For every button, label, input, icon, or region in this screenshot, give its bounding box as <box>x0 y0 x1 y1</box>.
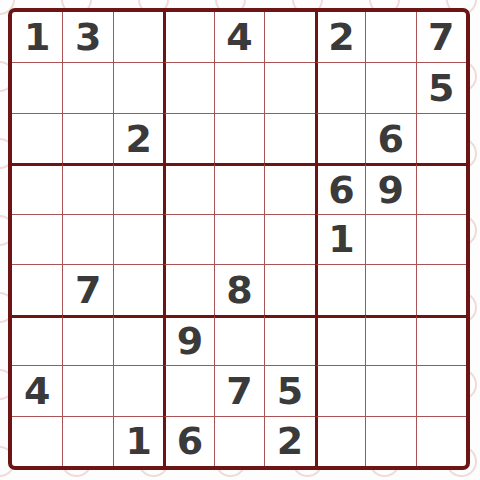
cell-r3c8-given[interactable]: 6 <box>365 113 415 163</box>
cell-r6c1-empty[interactable] <box>12 264 62 314</box>
cell-r9c1-empty[interactable] <box>12 416 62 466</box>
cell-r8c6-given[interactable]: 5 <box>264 365 314 415</box>
cell-r7c7-empty[interactable] <box>315 315 365 365</box>
cell-r8c4-empty[interactable] <box>163 365 213 415</box>
cell-r1c2-given[interactable]: 3 <box>62 12 112 62</box>
cell-r3c9-empty[interactable] <box>416 113 466 163</box>
cell-r9c7-empty[interactable] <box>315 416 365 466</box>
cell-r9c2-empty[interactable] <box>62 416 112 466</box>
cell-r4c5-empty[interactable] <box>214 163 264 213</box>
cell-r5c7-given[interactable]: 1 <box>315 214 365 264</box>
cell-r5c3-empty[interactable] <box>113 214 163 264</box>
cell-r5c5-empty[interactable] <box>214 214 264 264</box>
cell-r3c2-empty[interactable] <box>62 113 112 163</box>
cell-r8c2-empty[interactable] <box>62 365 112 415</box>
cell-r6c5-given[interactable]: 8 <box>214 264 264 314</box>
cell-r6c4-empty[interactable] <box>163 264 213 314</box>
cell-r1c7-given[interactable]: 2 <box>315 12 365 62</box>
cell-r1c1-given[interactable]: 1 <box>12 12 62 62</box>
cell-r5c9-empty[interactable] <box>416 214 466 264</box>
cell-r9c5-empty[interactable] <box>214 416 264 466</box>
cell-r4c3-empty[interactable] <box>113 163 163 213</box>
cell-r4c7-given[interactable]: 6 <box>315 163 365 213</box>
cell-r6c3-empty[interactable] <box>113 264 163 314</box>
cell-r3c3-given[interactable]: 2 <box>113 113 163 163</box>
cell-r1c9-given[interactable]: 7 <box>416 12 466 62</box>
cell-r8c9-empty[interactable] <box>416 365 466 415</box>
cell-r3c6-empty[interactable] <box>264 113 314 163</box>
cell-r4c1-empty[interactable] <box>12 163 62 213</box>
cell-r9c3-given[interactable]: 1 <box>113 416 163 466</box>
cell-r2c8-empty[interactable] <box>365 62 415 112</box>
cell-r9c9-empty[interactable] <box>416 416 466 466</box>
cell-r7c9-empty[interactable] <box>416 315 466 365</box>
cell-r5c6-empty[interactable] <box>264 214 314 264</box>
cell-r3c7-empty[interactable] <box>315 113 365 163</box>
cell-r7c6-empty[interactable] <box>264 315 314 365</box>
cell-r4c4-empty[interactable] <box>163 163 213 213</box>
cell-r8c1-given[interactable]: 4 <box>12 365 62 415</box>
cell-r5c4-empty[interactable] <box>163 214 213 264</box>
cell-r4c6-empty[interactable] <box>264 163 314 213</box>
page-background: { "game": "sudoku", "board": { "rows": 9… <box>0 0 480 480</box>
cell-r2c6-empty[interactable] <box>264 62 314 112</box>
cell-r8c3-empty[interactable] <box>113 365 163 415</box>
cell-r2c5-empty[interactable] <box>214 62 264 112</box>
cell-r6c7-empty[interactable] <box>315 264 365 314</box>
cell-r5c2-empty[interactable] <box>62 214 112 264</box>
cell-r3c4-empty[interactable] <box>163 113 213 163</box>
cell-r5c8-empty[interactable] <box>365 214 415 264</box>
cell-r1c3-empty[interactable] <box>113 12 163 62</box>
cell-r2c4-empty[interactable] <box>163 62 213 112</box>
cell-r4c9-empty[interactable] <box>416 163 466 213</box>
cell-r7c8-empty[interactable] <box>365 315 415 365</box>
cell-r5c1-empty[interactable] <box>12 214 62 264</box>
cell-r2c7-empty[interactable] <box>315 62 365 112</box>
sudoku-board: 13427526691789475162 <box>8 8 470 470</box>
cell-r7c1-empty[interactable] <box>12 315 62 365</box>
cell-r7c3-empty[interactable] <box>113 315 163 365</box>
cell-r7c2-empty[interactable] <box>62 315 112 365</box>
cell-r7c5-empty[interactable] <box>214 315 264 365</box>
cell-r1c5-given[interactable]: 4 <box>214 12 264 62</box>
cell-r2c9-given[interactable]: 5 <box>416 62 466 112</box>
cell-r2c1-empty[interactable] <box>12 62 62 112</box>
cell-r2c3-empty[interactable] <box>113 62 163 112</box>
cell-r1c8-empty[interactable] <box>365 12 415 62</box>
cell-r7c4-given[interactable]: 9 <box>163 315 213 365</box>
cell-r8c8-empty[interactable] <box>365 365 415 415</box>
cell-r9c8-empty[interactable] <box>365 416 415 466</box>
cell-r9c4-given[interactable]: 6 <box>163 416 213 466</box>
cell-r8c7-empty[interactable] <box>315 365 365 415</box>
cell-r1c4-empty[interactable] <box>163 12 213 62</box>
cell-r8c5-given[interactable]: 7 <box>214 365 264 415</box>
cell-r4c2-empty[interactable] <box>62 163 112 213</box>
cell-r6c8-empty[interactable] <box>365 264 415 314</box>
cell-r6c6-empty[interactable] <box>264 264 314 314</box>
cell-r6c9-empty[interactable] <box>416 264 466 314</box>
cell-r3c1-empty[interactable] <box>12 113 62 163</box>
cell-r9c6-given[interactable]: 2 <box>264 416 314 466</box>
cell-r2c2-empty[interactable] <box>62 62 112 112</box>
cell-r6c2-given[interactable]: 7 <box>62 264 112 314</box>
cell-r1c6-empty[interactable] <box>264 12 314 62</box>
cell-r4c8-given[interactable]: 9 <box>365 163 415 213</box>
cell-r3c5-empty[interactable] <box>214 113 264 163</box>
